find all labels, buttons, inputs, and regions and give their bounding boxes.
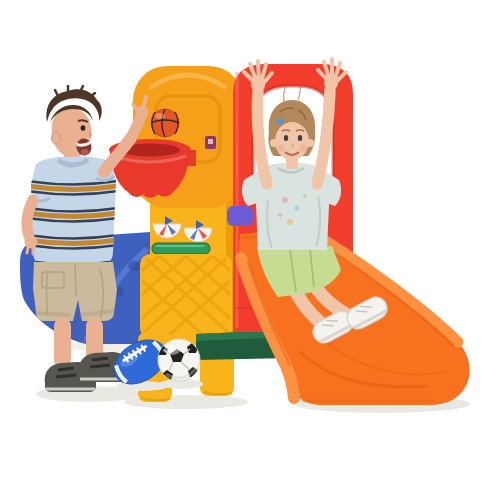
basketball: [151, 109, 179, 137]
boy-leg: [54, 318, 71, 368]
girl-arm: [317, 90, 330, 184]
product-photo: Two toddlers play on a colorful toddler …: [0, 0, 500, 500]
abacus-bar: [152, 243, 210, 254]
girl-arm: [257, 92, 267, 184]
scene-illustration: [0, 0, 500, 500]
girl-head: [268, 86, 315, 169]
purple-accent: [227, 206, 253, 226]
boy-head: [46, 86, 101, 157]
